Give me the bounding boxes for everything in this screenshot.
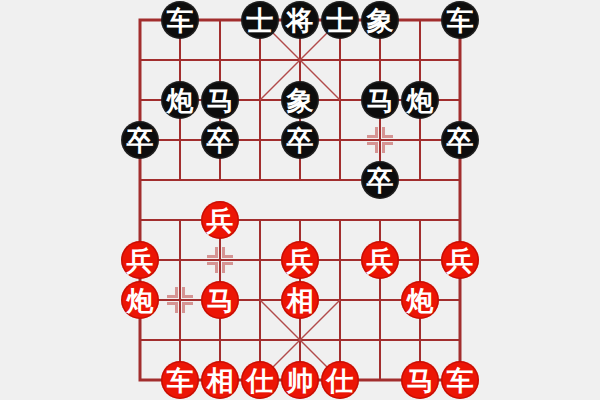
last-move-marker [160,280,200,320]
board-cell: 士 [320,0,360,40]
black-soldier[interactable]: 卒 [121,121,159,159]
black-soldier[interactable]: 卒 [281,121,319,159]
board-cell: 车 [160,0,200,40]
black-cannon[interactable]: 炮 [161,81,199,119]
board-cell: 兵 [280,240,320,280]
red-soldier[interactable]: 兵 [121,241,159,279]
red-cannon[interactable]: 炮 [401,281,439,319]
red-advisor[interactable]: 仕 [321,361,359,399]
red-soldier[interactable]: 兵 [361,241,399,279]
red-advisor[interactable]: 仕 [241,361,279,399]
red-soldier[interactable]: 兵 [201,201,239,239]
board-cell: 兵 [440,240,480,280]
board-cell: 将 [280,0,320,40]
black-soldier[interactable]: 卒 [441,121,479,159]
red-chariot[interactable]: 车 [441,361,479,399]
board-cell: 仕 [320,360,360,400]
red-horse[interactable]: 马 [201,281,239,319]
red-elephant[interactable]: 相 [201,361,239,399]
board-cell: 象 [360,0,400,40]
board-cell: 卒 [120,120,160,160]
black-soldier[interactable]: 卒 [361,161,399,199]
board-cell: 卒 [280,120,320,160]
board-intersections: 车士将士象车炮马象马炮卒卒卒卒卒兵兵兵兵兵炮马相炮车相仕帅仕马车 [120,0,480,400]
black-chariot[interactable]: 车 [441,1,479,39]
board-cell: 相 [280,280,320,320]
board-cell: 炮 [400,280,440,320]
black-advisor[interactable]: 士 [241,1,279,39]
red-soldier[interactable]: 兵 [281,241,319,279]
board-cell: 炮 [120,280,160,320]
board-cell: 兵 [120,240,160,280]
board-cell: 车 [440,0,480,40]
red-cannon[interactable]: 炮 [121,281,159,319]
board-cell: 象 [280,80,320,120]
board-cell: 帅 [280,360,320,400]
board-cell: 卒 [440,120,480,160]
black-advisor[interactable]: 士 [321,1,359,39]
black-chariot[interactable]: 车 [161,1,199,39]
board-cell: 兵 [200,200,240,240]
board-cell: 士 [240,0,280,40]
black-elephant[interactable]: 象 [361,1,399,39]
board-cell: 马 [200,80,240,120]
red-elephant[interactable]: 相 [281,281,319,319]
xiangqi-board: 车士将士象车炮马象马炮卒卒卒卒卒兵兵兵兵兵炮马相炮车相仕帅仕马车 [0,0,600,400]
board-cell: 兵 [360,240,400,280]
board-cell: 相 [200,360,240,400]
board-cell: 卒 [360,160,400,200]
red-general[interactable]: 帅 [281,361,319,399]
red-horse[interactable]: 马 [401,361,439,399]
black-cannon[interactable]: 炮 [401,81,439,119]
black-general[interactable]: 将 [281,1,319,39]
black-soldier[interactable]: 卒 [201,121,239,159]
board-cell: 卒 [200,120,240,160]
red-soldier[interactable]: 兵 [441,241,479,279]
black-elephant[interactable]: 象 [281,81,319,119]
board-cell: 马 [200,280,240,320]
board-cell: 车 [440,360,480,400]
black-horse[interactable]: 马 [361,81,399,119]
board-cell: 仕 [240,360,280,400]
red-chariot[interactable]: 车 [161,361,199,399]
last-move-marker [360,120,400,160]
last-move-marker [200,240,240,280]
black-horse[interactable]: 马 [201,81,239,119]
board-cell: 炮 [400,80,440,120]
board-cell: 车 [160,360,200,400]
board-cell: 炮 [160,80,200,120]
board-cell: 马 [360,80,400,120]
board-cell: 马 [400,360,440,400]
